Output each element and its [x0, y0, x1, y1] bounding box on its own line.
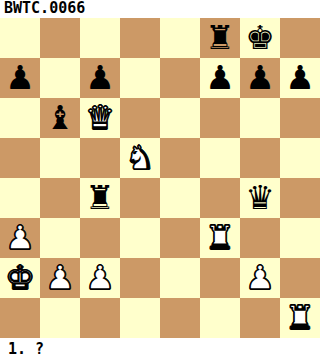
square-e3[interactable]: [160, 218, 200, 258]
black-pawn-piece: ♟: [285, 58, 315, 98]
black-queen-piece: ♛: [245, 178, 275, 218]
square-c1[interactable]: [80, 298, 120, 338]
black-bishop-piece: ♝: [45, 98, 75, 138]
square-e7[interactable]: [160, 58, 200, 98]
square-d6[interactable]: [120, 98, 160, 138]
white-pawn-piece: ♟: [5, 218, 35, 258]
square-h8[interactable]: [280, 18, 320, 58]
square-g7[interactable]: ♟: [240, 58, 280, 98]
white-pawn-piece: ♟: [45, 258, 75, 298]
square-b4[interactable]: [40, 178, 80, 218]
square-d8[interactable]: [120, 18, 160, 58]
square-h2[interactable]: [280, 258, 320, 298]
square-c7[interactable]: ♟: [80, 58, 120, 98]
square-e8[interactable]: [160, 18, 200, 58]
square-c5[interactable]: [80, 138, 120, 178]
square-h1[interactable]: ♜: [280, 298, 320, 338]
white-rook-piece: ♜: [285, 298, 315, 338]
square-b5[interactable]: [40, 138, 80, 178]
square-h4[interactable]: [280, 178, 320, 218]
black-pawn-piece: ♟: [245, 58, 275, 98]
square-f8[interactable]: ♜: [200, 18, 240, 58]
square-e6[interactable]: [160, 98, 200, 138]
square-c6[interactable]: ♛: [80, 98, 120, 138]
square-e5[interactable]: [160, 138, 200, 178]
square-d7[interactable]: [120, 58, 160, 98]
square-g6[interactable]: [240, 98, 280, 138]
square-h3[interactable]: [280, 218, 320, 258]
square-d1[interactable]: [120, 298, 160, 338]
square-c3[interactable]: [80, 218, 120, 258]
white-pawn-piece: ♟: [85, 258, 115, 298]
black-rook-piece: ♜: [205, 18, 235, 58]
square-a6[interactable]: [0, 98, 40, 138]
square-g1[interactable]: [240, 298, 280, 338]
square-d5[interactable]: ♞: [120, 138, 160, 178]
square-e4[interactable]: [160, 178, 200, 218]
puzzle-id: BWTC.0066: [0, 0, 320, 18]
square-h5[interactable]: [280, 138, 320, 178]
square-a7[interactable]: ♟: [0, 58, 40, 98]
move-prompt: 1. ?: [0, 338, 320, 360]
square-f6[interactable]: [200, 98, 240, 138]
square-b2[interactable]: ♟: [40, 258, 80, 298]
square-g8[interactable]: ♚: [240, 18, 280, 58]
square-d4[interactable]: [120, 178, 160, 218]
square-f2[interactable]: [200, 258, 240, 298]
white-queen-piece: ♛: [85, 98, 115, 138]
square-g4[interactable]: ♛: [240, 178, 280, 218]
square-b3[interactable]: [40, 218, 80, 258]
square-h7[interactable]: ♟: [280, 58, 320, 98]
black-pawn-piece: ♟: [85, 58, 115, 98]
chess-board: ♜♚♟♟♟♟♟♝♛♞♜♛♟♜♚♟♟♟♜: [0, 18, 320, 338]
square-g5[interactable]: [240, 138, 280, 178]
white-king-piece: ♚: [5, 258, 35, 298]
square-h6[interactable]: [280, 98, 320, 138]
square-c8[interactable]: [80, 18, 120, 58]
square-a5[interactable]: [0, 138, 40, 178]
square-f3[interactable]: ♜: [200, 218, 240, 258]
square-a3[interactable]: ♟: [0, 218, 40, 258]
square-g3[interactable]: [240, 218, 280, 258]
black-king-piece: ♚: [245, 18, 275, 58]
square-b1[interactable]: [40, 298, 80, 338]
square-d3[interactable]: [120, 218, 160, 258]
square-a1[interactable]: [0, 298, 40, 338]
white-knight-piece: ♞: [125, 138, 155, 178]
square-f7[interactable]: ♟: [200, 58, 240, 98]
square-a2[interactable]: ♚: [0, 258, 40, 298]
square-e2[interactable]: [160, 258, 200, 298]
square-f4[interactable]: [200, 178, 240, 218]
black-pawn-piece: ♟: [5, 58, 35, 98]
square-f5[interactable]: [200, 138, 240, 178]
black-rook-piece: ♜: [85, 178, 115, 218]
square-e1[interactable]: [160, 298, 200, 338]
square-b6[interactable]: ♝: [40, 98, 80, 138]
square-a8[interactable]: [0, 18, 40, 58]
square-b8[interactable]: [40, 18, 80, 58]
square-d2[interactable]: [120, 258, 160, 298]
square-b7[interactable]: [40, 58, 80, 98]
square-a4[interactable]: [0, 178, 40, 218]
square-c4[interactable]: ♜: [80, 178, 120, 218]
white-rook-piece: ♜: [205, 218, 235, 258]
square-f1[interactable]: [200, 298, 240, 338]
white-pawn-piece: ♟: [245, 258, 275, 298]
square-c2[interactable]: ♟: [80, 258, 120, 298]
black-pawn-piece: ♟: [205, 58, 235, 98]
square-g2[interactable]: ♟: [240, 258, 280, 298]
